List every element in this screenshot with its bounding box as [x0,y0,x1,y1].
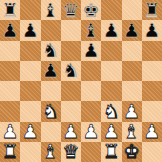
white-knight-piece[interactable]: ♞ [103,101,120,120]
black-queen-piece[interactable]: ♛ [62,0,79,19]
square-a5[interactable] [0,61,20,81]
black-rook-piece[interactable]: ♜ [2,0,19,19]
square-f6[interactable] [101,41,121,61]
square-g3[interactable]: ♟ [122,101,142,121]
white-pawn-piece[interactable]: ♟ [83,122,100,141]
square-h6[interactable] [142,41,162,61]
square-a2[interactable]: ♟ [0,122,20,142]
square-e7[interactable]: ♝ [81,20,101,40]
square-b6[interactable] [20,41,40,61]
white-bishop-piece[interactable]: ♝ [42,142,59,161]
square-h3[interactable] [142,101,162,121]
white-rook-piece[interactable]: ♜ [103,142,120,161]
square-b2[interactable]: ♟ [20,122,40,142]
square-e6[interactable]: ♟ [81,41,101,61]
square-f1[interactable]: ♜ [101,142,121,162]
black-knight-piece[interactable]: ♞ [62,61,79,80]
white-bishop-piece[interactable]: ♝ [123,122,140,141]
black-knight-piece[interactable]: ♞ [42,41,59,60]
square-f4[interactable] [101,81,121,101]
square-a4[interactable] [0,81,20,101]
square-e5[interactable] [81,61,101,81]
square-d4[interactable] [61,81,81,101]
square-a8[interactable]: ♜ [0,0,20,20]
square-g5[interactable] [122,61,142,81]
square-g6[interactable] [122,41,142,61]
square-d6[interactable] [61,41,81,61]
square-c4[interactable] [41,81,61,101]
square-b1[interactable] [20,142,40,162]
square-a7[interactable]: ♟ [0,20,20,40]
square-e1[interactable] [81,142,101,162]
square-h7[interactable]: ♟ [142,20,162,40]
square-d3[interactable] [61,101,81,121]
square-h8[interactable]: ♜ [142,0,162,20]
square-h1[interactable] [142,142,162,162]
square-g4[interactable] [122,81,142,101]
white-pawn-piece[interactable]: ♟ [22,122,39,141]
black-pawn-piece[interactable]: ♟ [143,20,160,39]
square-c5[interactable]: ♟ [41,61,61,81]
square-d8[interactable]: ♛ [61,0,81,20]
white-pawn-piece[interactable]: ♟ [123,101,140,120]
white-pawn-piece[interactable]: ♟ [2,122,19,141]
square-b5[interactable] [20,61,40,81]
square-d1[interactable]: ♛ [61,142,81,162]
square-a3[interactable] [0,101,20,121]
black-rook-piece[interactable]: ♜ [143,0,160,19]
square-g8[interactable] [122,0,142,20]
black-king-piece[interactable]: ♚ [83,0,100,19]
black-bishop-piece[interactable]: ♝ [42,0,59,19]
square-b3[interactable] [20,101,40,121]
square-h2[interactable]: ♟ [142,122,162,142]
black-pawn-piece[interactable]: ♟ [103,20,120,39]
square-c6[interactable]: ♞ [41,41,61,61]
square-e8[interactable]: ♚ [81,0,101,20]
square-g7[interactable]: ♟ [122,20,142,40]
white-pawn-piece[interactable]: ♟ [62,122,79,141]
square-c8[interactable]: ♝ [41,0,61,20]
square-g2[interactable]: ♝ [122,122,142,142]
square-g1[interactable]: ♚ [122,142,142,162]
black-pawn-piece[interactable]: ♟ [22,20,39,39]
black-pawn-piece[interactable]: ♟ [83,41,100,60]
square-b7[interactable]: ♟ [20,20,40,40]
square-f5[interactable] [101,61,121,81]
chess-board: ♜♝♛♚♜♟♟♝♟♟♟♞♟♟♞♞♞♟♟♟♟♟♟♝♟♜♝♛♜♚ [0,0,162,162]
square-d2[interactable]: ♟ [61,122,81,142]
square-f8[interactable] [101,0,121,20]
white-king-piece[interactable]: ♚ [123,142,140,161]
white-knight-piece[interactable]: ♞ [42,101,59,120]
square-c3[interactable]: ♞ [41,101,61,121]
white-pawn-piece[interactable]: ♟ [103,122,120,141]
square-d5[interactable]: ♞ [61,61,81,81]
square-e3[interactable] [81,101,101,121]
square-c7[interactable] [41,20,61,40]
white-pawn-piece[interactable]: ♟ [143,122,160,141]
black-pawn-piece[interactable]: ♟ [42,61,59,80]
square-c2[interactable] [41,122,61,142]
square-e2[interactable]: ♟ [81,122,101,142]
square-f3[interactable]: ♞ [101,101,121,121]
square-d7[interactable] [61,20,81,40]
square-h5[interactable] [142,61,162,81]
square-a1[interactable]: ♜ [0,142,20,162]
square-a6[interactable] [0,41,20,61]
square-e4[interactable] [81,81,101,101]
white-queen-piece[interactable]: ♛ [62,142,79,161]
square-f2[interactable]: ♟ [101,122,121,142]
square-f7[interactable]: ♟ [101,20,121,40]
black-bishop-piece[interactable]: ♝ [83,20,100,39]
square-h4[interactable] [142,81,162,101]
square-b8[interactable] [20,0,40,20]
black-pawn-piece[interactable]: ♟ [2,20,19,39]
square-c1[interactable]: ♝ [41,142,61,162]
black-pawn-piece[interactable]: ♟ [123,20,140,39]
white-rook-piece[interactable]: ♜ [2,142,19,161]
square-b4[interactable] [20,81,40,101]
